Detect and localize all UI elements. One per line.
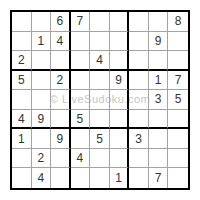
cell-r5c6[interactable] <box>110 90 130 110</box>
cell-r9c2[interactable]: 4 <box>32 168 52 188</box>
cell-r2c8[interactable]: 9 <box>149 32 169 52</box>
cell-r6c1[interactable]: 4 <box>12 110 32 130</box>
cell-r9c3[interactable] <box>51 168 71 188</box>
cell-r4c8[interactable]: 1 <box>149 71 169 91</box>
cell-r3c2[interactable] <box>32 51 52 71</box>
cell-r9c6[interactable]: 1 <box>110 168 130 188</box>
cell-r4c4[interactable] <box>71 71 91 91</box>
cell-r2c9[interactable] <box>168 32 188 52</box>
cell-r1c2[interactable] <box>32 12 52 32</box>
cell-r9c9[interactable] <box>168 168 188 188</box>
cell-r5c7[interactable] <box>129 90 149 110</box>
cell-r9c5[interactable] <box>90 168 110 188</box>
cell-r5c4[interactable] <box>71 90 91 110</box>
sudoku-board: 678149245291735495195324417 <box>10 10 190 190</box>
cell-r3c3[interactable] <box>51 51 71 71</box>
cell-r4c7[interactable] <box>129 71 149 91</box>
cell-r3c6[interactable] <box>110 51 130 71</box>
cell-r4c2[interactable] <box>32 71 52 91</box>
cell-r3c8[interactable] <box>149 51 169 71</box>
cell-r1c1[interactable] <box>12 12 32 32</box>
cell-r5c2[interactable] <box>32 90 52 110</box>
cell-r7c6[interactable] <box>110 129 130 149</box>
sudoku-page: © LiveSudoku.com 67814924529173549519532… <box>0 0 200 200</box>
cell-r6c5[interactable] <box>90 110 110 130</box>
cell-r2c4[interactable] <box>71 32 91 52</box>
cell-r4c5[interactable] <box>90 71 110 91</box>
cell-r1c8[interactable] <box>149 12 169 32</box>
cell-r6c7[interactable] <box>129 110 149 130</box>
cell-r5c3[interactable] <box>51 90 71 110</box>
cell-r7c3[interactable]: 9 <box>51 129 71 149</box>
cell-r9c7[interactable] <box>129 168 149 188</box>
cell-r8c8[interactable] <box>149 149 169 169</box>
cell-r2c5[interactable] <box>90 32 110 52</box>
cell-r7c1[interactable]: 1 <box>12 129 32 149</box>
cell-r5c9[interactable]: 5 <box>168 90 188 110</box>
cell-r8c2[interactable]: 2 <box>32 149 52 169</box>
cell-r2c7[interactable] <box>129 32 149 52</box>
cell-r1c3[interactable]: 6 <box>51 12 71 32</box>
cell-r5c5[interactable] <box>90 90 110 110</box>
cell-r5c1[interactable] <box>12 90 32 110</box>
cell-r2c3[interactable]: 4 <box>51 32 71 52</box>
cell-r6c4[interactable]: 5 <box>71 110 91 130</box>
cell-r2c1[interactable] <box>12 32 32 52</box>
cell-r3c9[interactable] <box>168 51 188 71</box>
cell-r1c7[interactable] <box>129 12 149 32</box>
cell-r3c1[interactable]: 2 <box>12 51 32 71</box>
cell-r7c7[interactable]: 3 <box>129 129 149 149</box>
cell-r8c7[interactable] <box>129 149 149 169</box>
cell-r9c4[interactable] <box>71 168 91 188</box>
cell-r4c6[interactable]: 9 <box>110 71 130 91</box>
cell-r9c1[interactable] <box>12 168 32 188</box>
cell-r8c1[interactable] <box>12 149 32 169</box>
cell-r1c4[interactable]: 7 <box>71 12 91 32</box>
cell-r8c5[interactable] <box>90 149 110 169</box>
cell-r8c9[interactable] <box>168 149 188 169</box>
cell-r8c6[interactable] <box>110 149 130 169</box>
cell-r3c5[interactable]: 4 <box>90 51 110 71</box>
cell-r6c9[interactable] <box>168 110 188 130</box>
cell-r6c8[interactable] <box>149 110 169 130</box>
cell-r1c5[interactable] <box>90 12 110 32</box>
cell-r7c5[interactable]: 5 <box>90 129 110 149</box>
cell-r7c4[interactable] <box>71 129 91 149</box>
cell-r2c6[interactable] <box>110 32 130 52</box>
cell-r6c3[interactable] <box>51 110 71 130</box>
cell-r6c2[interactable]: 9 <box>32 110 52 130</box>
cell-r1c6[interactable] <box>110 12 130 32</box>
cell-r4c3[interactable]: 2 <box>51 71 71 91</box>
cell-r6c6[interactable] <box>110 110 130 130</box>
cell-r8c4[interactable]: 4 <box>71 149 91 169</box>
cell-r2c2[interactable]: 1 <box>32 32 52 52</box>
cell-r3c7[interactable] <box>129 51 149 71</box>
cell-r5c8[interactable]: 3 <box>149 90 169 110</box>
cell-r7c9[interactable] <box>168 129 188 149</box>
cell-r7c8[interactable] <box>149 129 169 149</box>
cell-r8c3[interactable] <box>51 149 71 169</box>
cell-r4c1[interactable]: 5 <box>12 71 32 91</box>
cell-r7c2[interactable] <box>32 129 52 149</box>
cell-r4c9[interactable]: 7 <box>168 71 188 91</box>
cell-r1c9[interactable]: 8 <box>168 12 188 32</box>
cell-r3c4[interactable] <box>71 51 91 71</box>
cell-r9c8[interactable]: 7 <box>149 168 169 188</box>
